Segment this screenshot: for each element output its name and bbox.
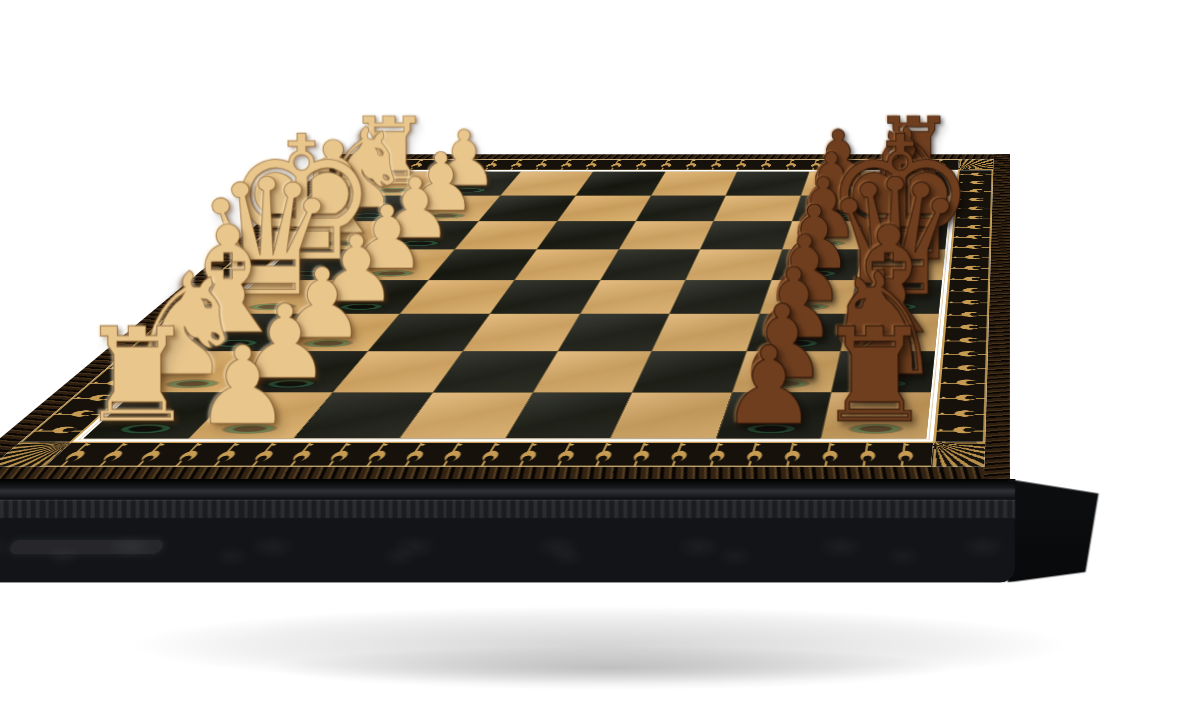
- square-a8[interactable]: ♜: [822, 393, 931, 439]
- square-d3[interactable]: [401, 280, 514, 313]
- square-g5[interactable]: [636, 196, 725, 221]
- embossed-stamp: [7, 540, 164, 554]
- square-h4[interactable]: [576, 172, 664, 195]
- chess-set-photo: ♜♟♟♜♞♟♟♞♝♟♟♝♚♟♟♚♛♟♟♛♝♟♟♝♞♟♟♞♜♟♟♜: [0, 0, 1200, 713]
- square-d4[interactable]: [491, 280, 600, 313]
- square-d5[interactable]: [580, 280, 685, 313]
- square-a6[interactable]: [611, 393, 731, 439]
- piece-wP-a2[interactable]: ♟: [194, 337, 291, 437]
- ornament-corner-fan: [931, 442, 985, 467]
- square-a7[interactable]: ♟: [716, 393, 831, 439]
- floor-shadow-core: [120, 640, 1100, 710]
- square-f5[interactable]: [619, 221, 713, 249]
- box-side-right: [1007, 479, 1100, 582]
- board-grid: ♜♟♟♜♞♟♟♞♝♟♟♝♚♟♟♚♛♟♟♛♝♟♟♝♞♟♟♞♜♟♟♜: [83, 172, 952, 439]
- chess-board: ♜♟♟♜♞♟♟♞♝♟♟♝♚♟♟♚♛♟♟♛♝♟♟♝♞♟♟♞♜♟♟♜: [0, 154, 1010, 479]
- box-leather-face: [0, 518, 1015, 583]
- piece-bR-a8[interactable]: ♜: [816, 317, 933, 437]
- box-front: [0, 479, 1015, 582]
- piece-wR-a1[interactable]: ♜: [79, 317, 196, 437]
- square-h5[interactable]: [651, 172, 736, 195]
- rope-edge-bottom: [0, 467, 1010, 479]
- ornament-border-bottom: [45, 442, 934, 467]
- piece-bP-a7[interactable]: ♟: [721, 337, 818, 437]
- box-lid-reveal: [0, 479, 1015, 500]
- square-e5[interactable]: [601, 249, 700, 279]
